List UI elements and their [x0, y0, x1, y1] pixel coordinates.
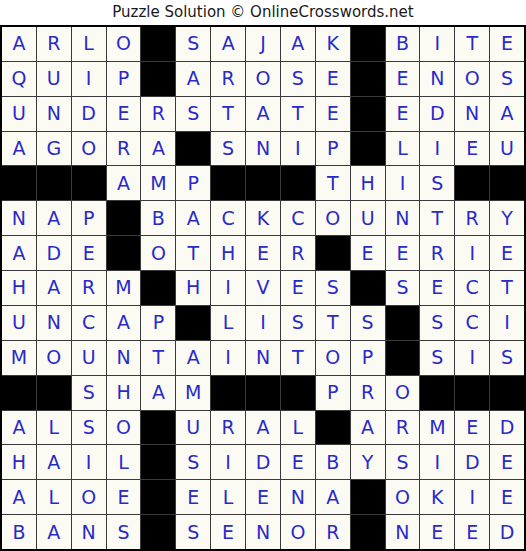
cell-letter: O [325, 209, 340, 228]
grid-cell[interactable]: O [316, 341, 350, 375]
cell-letter: R [152, 104, 165, 123]
cell-letter: L [293, 418, 304, 437]
grid-cell[interactable]: Q [2, 62, 36, 96]
grid-cell[interactable]: O [316, 201, 350, 235]
cell-letter: U [186, 418, 200, 437]
grid-cell[interactable]: I [281, 132, 315, 166]
grid-cell[interactable]: O [386, 376, 420, 410]
grid-cell[interactable]: P [107, 62, 141, 96]
grid-cell[interactable]: R [316, 515, 350, 549]
cell-letter: A [152, 383, 165, 402]
grid-cell[interactable]: S [420, 341, 454, 375]
cell-letter: E [501, 34, 513, 53]
grid-cell[interactable]: E [176, 480, 210, 514]
black-cell [37, 166, 71, 200]
grid-cell[interactable]: R [107, 132, 141, 166]
grid-cell[interactable]: D [490, 515, 524, 549]
grid-cell[interactable]: E [420, 515, 454, 549]
grid-cell[interactable]: I [420, 27, 454, 61]
cell-letter: N [256, 523, 270, 542]
cell-letter: L [397, 139, 408, 158]
grid-cell[interactable]: E [455, 132, 489, 166]
grid-cell[interactable]: U [351, 201, 385, 235]
cell-letter: O [81, 488, 96, 507]
grid-cell[interactable]: A [246, 97, 280, 131]
black-cell [281, 166, 315, 200]
cell-letter: S [187, 523, 199, 542]
cell-letter: I [225, 453, 231, 472]
grid-cell[interactable]: I [211, 271, 245, 305]
grid-cell[interactable]: M [176, 376, 210, 410]
cell-letter: P [327, 383, 338, 402]
grid-cell[interactable]: O [246, 62, 280, 96]
grid-cell[interactable]: V [246, 271, 280, 305]
cell-letter: B [326, 453, 339, 472]
cell-letter: K [431, 488, 443, 507]
grid-cell[interactable]: O [37, 341, 71, 375]
grid-cell[interactable]: I [211, 445, 245, 479]
grid-cell[interactable]: N [455, 97, 489, 131]
grid-cell[interactable]: S [281, 62, 315, 96]
black-cell [351, 97, 385, 131]
grid-cell[interactable]: A [37, 271, 71, 305]
grid-cell[interactable]: D [37, 236, 71, 270]
black-cell [141, 445, 175, 479]
grid-cell[interactable]: N [420, 62, 454, 96]
black-cell [141, 62, 175, 96]
cell-letter: E [362, 244, 374, 263]
grid-cell[interactable]: S [490, 62, 524, 96]
grid-cell[interactable]: A [141, 376, 175, 410]
grid-cell[interactable]: Y [490, 201, 524, 235]
cell-letter: C [466, 278, 479, 297]
grid-cell[interactable]: U [2, 97, 36, 131]
cell-letter: J [260, 34, 266, 53]
grid-cell[interactable]: R [211, 62, 245, 96]
grid-cell[interactable]: H [2, 271, 36, 305]
cell-letter: M [150, 174, 166, 193]
cell-letter: E [327, 69, 339, 88]
cell-letter: R [222, 69, 235, 88]
grid-cell[interactable]: K [246, 201, 280, 235]
cell-letter: I [400, 174, 406, 193]
grid-cell[interactable]: U [2, 306, 36, 340]
grid-cell[interactable]: O [107, 27, 141, 61]
grid-cell[interactable]: S [176, 27, 210, 61]
cell-letter: E [466, 139, 478, 158]
grid-cell[interactable]: N [281, 480, 315, 514]
cell-letter: I [435, 139, 441, 158]
grid-cell[interactable]: H [2, 445, 36, 479]
grid-cell[interactable]: S [420, 166, 454, 200]
grid-cell[interactable]: S [107, 515, 141, 549]
grid-cell[interactable]: U [490, 132, 524, 166]
cell-letter: S [292, 69, 304, 88]
cell-letter: S [431, 348, 443, 367]
cell-letter: U [361, 209, 375, 228]
grid-cell[interactable]: S [176, 515, 210, 549]
grid-cell[interactable]: A [281, 27, 315, 61]
grid-cell[interactable]: N [37, 97, 71, 131]
grid-cell[interactable]: R [281, 236, 315, 270]
grid-cell[interactable]: O [281, 515, 315, 549]
grid-cell[interactable]: T [141, 341, 175, 375]
cell-letter: E [83, 244, 95, 263]
grid-cell[interactable]: E [316, 62, 350, 96]
grid-cell[interactable]: R [37, 27, 71, 61]
grid-cell[interactable]: H [351, 166, 385, 200]
cell-letter: T [432, 209, 444, 228]
grid-cell[interactable]: K [420, 480, 454, 514]
grid-cell[interactable]: T [455, 27, 489, 61]
grid-cell[interactable]: I [72, 445, 106, 479]
grid-cell[interactable]: M [141, 166, 175, 200]
grid-cell[interactable]: A [2, 411, 36, 445]
black-cell [490, 166, 524, 200]
cell-letter: T [292, 104, 304, 123]
grid-cell[interactable]: N [2, 201, 36, 235]
cell-letter: O [465, 69, 480, 88]
cell-letter: A [12, 34, 25, 53]
grid-cell[interactable]: A [176, 341, 210, 375]
grid-cell[interactable]: L [37, 411, 71, 445]
grid-cell[interactable]: A [37, 515, 71, 549]
cell-letter: S [187, 104, 199, 123]
grid-cell[interactable]: E [490, 480, 524, 514]
cell-letter: S [187, 34, 199, 53]
grid-cell[interactable]: S [351, 306, 385, 340]
black-cell [490, 376, 524, 410]
cell-letter: S [327, 278, 339, 297]
grid-cell[interactable]: O [455, 62, 489, 96]
grid-cell[interactable]: A [2, 236, 36, 270]
cell-letter: E [466, 523, 478, 542]
grid-cell[interactable]: R [72, 271, 106, 305]
grid-cell[interactable]: C [281, 201, 315, 235]
grid-cell[interactable]: I [455, 236, 489, 270]
grid-cell[interactable]: J [246, 27, 280, 61]
cell-letter: O [116, 418, 131, 437]
cell-letter: D [81, 104, 96, 123]
grid-cell[interactable]: A [351, 411, 385, 445]
grid-cell[interactable]: S [72, 411, 106, 445]
grid-cell[interactable]: U [37, 62, 71, 96]
grid-cell[interactable]: L [281, 411, 315, 445]
grid-cell[interactable]: P [176, 166, 210, 200]
grid-cell[interactable]: P [141, 306, 175, 340]
cell-letter: U [12, 104, 26, 123]
grid-cell[interactable]: E [72, 236, 106, 270]
grid-cell[interactable]: U [176, 411, 210, 445]
grid-cell[interactable]: P [72, 201, 106, 235]
cell-letter: B [152, 209, 165, 228]
grid-cell[interactable]: A [2, 132, 36, 166]
grid-cell[interactable]: R [455, 201, 489, 235]
cell-letter: H [360, 174, 374, 193]
cell-letter: D [46, 244, 61, 263]
grid-cell[interactable]: B [2, 515, 36, 549]
grid-cell[interactable]: R [351, 376, 385, 410]
grid-cell[interactable]: E [281, 271, 315, 305]
grid-cell[interactable]: E [455, 515, 489, 549]
cell-letter: S [292, 313, 304, 332]
grid-cell[interactable]: S [176, 445, 210, 479]
black-cell [107, 201, 141, 235]
grid-cell[interactable]: E [107, 97, 141, 131]
cell-letter: L [83, 34, 94, 53]
cell-letter: I [469, 488, 475, 507]
grid-cell[interactable]: E [316, 97, 350, 131]
grid-cell[interactable]: R [141, 97, 175, 131]
grid-cell[interactable]: E [490, 27, 524, 61]
grid-cell[interactable]: G [37, 132, 71, 166]
grid-cell[interactable]: E [386, 236, 420, 270]
grid-cell[interactable]: T [316, 166, 350, 200]
grid-cell[interactable]: L [107, 445, 141, 479]
grid-cell[interactable]: A [176, 201, 210, 235]
grid-cell[interactable]: O [386, 480, 420, 514]
grid-cell[interactable]: S [316, 271, 350, 305]
cell-letter: D [465, 453, 480, 472]
grid-cell[interactable]: R [386, 411, 420, 445]
grid-cell[interactable]: D [420, 97, 454, 131]
grid-cell[interactable]: M [2, 341, 36, 375]
grid-cell[interactable]: O [141, 236, 175, 270]
grid-cell[interactable]: R [420, 236, 454, 270]
cell-letter: N [291, 488, 305, 507]
grid-cell[interactable]: L [72, 27, 106, 61]
grid-cell[interactable]: C [455, 271, 489, 305]
grid-cell[interactable]: A [37, 445, 71, 479]
grid-cell[interactable]: T [211, 97, 245, 131]
grid-cell[interactable]: L [37, 480, 71, 514]
grid-cell[interactable]: I [420, 132, 454, 166]
cell-letter: U [47, 69, 61, 88]
grid-cell[interactable]: E [246, 236, 280, 270]
grid-cell[interactable]: B [316, 445, 350, 479]
black-cell [281, 376, 315, 410]
cell-letter: L [223, 313, 234, 332]
cell-letter: Q [11, 69, 26, 88]
grid-cell[interactable]: H [211, 236, 245, 270]
cell-letter: O [151, 244, 166, 263]
grid-cell[interactable]: O [72, 480, 106, 514]
grid-cell[interactable]: I [490, 306, 524, 340]
grid-cell[interactable]: I [246, 306, 280, 340]
grid-cell[interactable]: A [141, 132, 175, 166]
cell-letter: E [431, 523, 443, 542]
grid-cell[interactable]: D [490, 411, 524, 445]
cell-letter: E [257, 488, 269, 507]
cell-letter: C [466, 313, 479, 332]
grid-cell[interactable]: E [107, 480, 141, 514]
grid-cell[interactable]: N [386, 515, 420, 549]
cell-letter: S [396, 278, 408, 297]
cell-letter: R [291, 244, 304, 263]
cell-letter: E [187, 488, 199, 507]
grid-cell[interactable]: M [420, 411, 454, 445]
cell-letter: L [48, 418, 59, 437]
cell-letter: A [501, 104, 514, 123]
grid-cell[interactable]: L [211, 306, 245, 340]
cell-letter: B [396, 34, 409, 53]
cell-letter: R [466, 209, 479, 228]
cell-letter: N [116, 348, 130, 367]
grid-cell[interactable]: E [386, 97, 420, 131]
grid-cell[interactable]: A [107, 306, 141, 340]
grid-cell[interactable]: N [386, 201, 420, 235]
grid-cell[interactable]: A [37, 201, 71, 235]
grid-cell[interactable]: S [490, 341, 524, 375]
grid-cell[interactable]: D [246, 445, 280, 479]
grid-cell[interactable]: A [2, 480, 36, 514]
grid-cell[interactable]: N [246, 341, 280, 375]
black-cell [2, 166, 36, 200]
grid-cell[interactable]: N [107, 341, 141, 375]
cell-letter: A [12, 139, 25, 158]
grid-cell[interactable]: M [107, 271, 141, 305]
grid-cell[interactable]: A [316, 480, 350, 514]
black-cell [107, 236, 141, 270]
black-cell [316, 236, 350, 270]
grid-cell[interactable]: E [351, 236, 385, 270]
cell-letter: E [501, 244, 513, 263]
black-cell [386, 341, 420, 375]
grid-cell[interactable]: A [246, 411, 280, 445]
grid-cell[interactable]: I [420, 445, 454, 479]
cell-letter: T [222, 104, 234, 123]
cell-letter: E [292, 278, 304, 297]
cell-letter: O [116, 34, 131, 53]
grid-cell[interactable]: A [490, 97, 524, 131]
grid-cell[interactable]: E [455, 411, 489, 445]
grid-cell[interactable]: L [386, 132, 420, 166]
cell-letter: T [187, 244, 199, 263]
grid-cell[interactable]: L [211, 480, 245, 514]
grid-cell[interactable]: H [107, 376, 141, 410]
cell-letter: D [500, 418, 515, 437]
grid-cell[interactable]: N [37, 306, 71, 340]
grid-cell[interactable]: D [455, 445, 489, 479]
grid-cell[interactable]: N [72, 515, 106, 549]
cell-letter: R [431, 244, 444, 263]
grid-cell[interactable]: R [211, 411, 245, 445]
grid-cell[interactable]: T [420, 201, 454, 235]
cell-letter: E [501, 488, 513, 507]
cell-letter: I [504, 313, 510, 332]
grid-cell[interactable]: S [386, 271, 420, 305]
grid-cell[interactable]: E [281, 445, 315, 479]
grid-cell[interactable]: C [211, 201, 245, 235]
grid-cell[interactable]: S [281, 306, 315, 340]
cell-letter: Y [501, 209, 513, 228]
grid-cell[interactable]: E [386, 62, 420, 96]
grid-cell[interactable]: T [490, 271, 524, 305]
page: Puzzle Solution © OnlineCrosswords.net A… [0, 0, 526, 551]
grid-cell[interactable]: I [72, 62, 106, 96]
grid-cell[interactable]: I [455, 341, 489, 375]
cell-letter: N [256, 139, 270, 158]
cell-letter: N [395, 523, 409, 542]
cell-letter: E [118, 104, 130, 123]
grid-cell[interactable]: I [455, 480, 489, 514]
grid-cell[interactable]: A [211, 27, 245, 61]
cell-letter: O [46, 348, 61, 367]
grid-cell[interactable]: S [386, 445, 420, 479]
grid-cell[interactable]: O [72, 132, 106, 166]
grid-cell[interactable]: P [316, 376, 350, 410]
grid-cell[interactable]: E [490, 236, 524, 270]
grid-cell[interactable]: E [246, 480, 280, 514]
grid-cell[interactable]: H [176, 271, 210, 305]
cell-letter: S [501, 69, 513, 88]
grid-cell[interactable]: N [246, 132, 280, 166]
grid-cell[interactable]: C [455, 306, 489, 340]
cell-letter: E [396, 104, 408, 123]
cell-letter: I [295, 139, 301, 158]
grid-cell[interactable]: A [107, 166, 141, 200]
grid-cell[interactable]: C [72, 306, 106, 340]
cell-letter: P [188, 174, 199, 193]
grid-cell[interactable]: E [490, 445, 524, 479]
grid-cell[interactable]: U [72, 341, 106, 375]
grid-cell[interactable]: I [211, 341, 245, 375]
cell-letter: R [117, 139, 130, 158]
cell-letter: I [86, 453, 92, 472]
cell-letter: N [256, 348, 270, 367]
grid-cell[interactable]: S [211, 132, 245, 166]
grid-cell[interactable]: S [72, 376, 106, 410]
cell-letter: B [12, 523, 25, 542]
cell-letter: I [225, 348, 231, 367]
grid-cell[interactable]: O [107, 411, 141, 445]
cell-letter: O [395, 488, 410, 507]
grid-cell[interactable]: N [246, 515, 280, 549]
grid-cell[interactable]: K [316, 27, 350, 61]
grid-cell[interactable]: D [72, 97, 106, 131]
grid-cell[interactable]: B [386, 27, 420, 61]
cell-letter: V [256, 278, 269, 297]
grid-cell[interactable]: T [281, 97, 315, 131]
grid-cell[interactable]: Y [351, 445, 385, 479]
grid-cell[interactable]: S [176, 97, 210, 131]
cell-letter: O [290, 523, 305, 542]
grid-cell[interactable]: T [281, 341, 315, 375]
cell-letter: O [325, 348, 340, 367]
grid-cell[interactable]: A [176, 62, 210, 96]
cell-letter: P [362, 348, 373, 367]
black-cell [141, 271, 175, 305]
grid-cell[interactable]: B [141, 201, 175, 235]
black-cell [246, 376, 280, 410]
grid-cell[interactable]: S [420, 306, 454, 340]
cell-letter: E [327, 104, 339, 123]
cell-letter: N [47, 104, 61, 123]
grid-cell[interactable]: T [176, 236, 210, 270]
grid-cell[interactable]: I [386, 166, 420, 200]
cell-letter: A [256, 418, 269, 437]
grid-cell[interactable]: P [316, 132, 350, 166]
grid-cell[interactable]: P [351, 341, 385, 375]
cell-letter: S [431, 313, 443, 332]
grid-cell[interactable]: A [2, 27, 36, 61]
grid-cell[interactable]: E [211, 515, 245, 549]
grid-cell[interactable]: E [420, 271, 454, 305]
crossword-grid: ARLOSAJAKBITEQUIPAROSEENOSUNDERSTATEEDNA… [0, 25, 526, 551]
cell-letter: D [500, 523, 515, 542]
grid-cell[interactable]: T [316, 306, 350, 340]
cell-letter: P [327, 139, 338, 158]
